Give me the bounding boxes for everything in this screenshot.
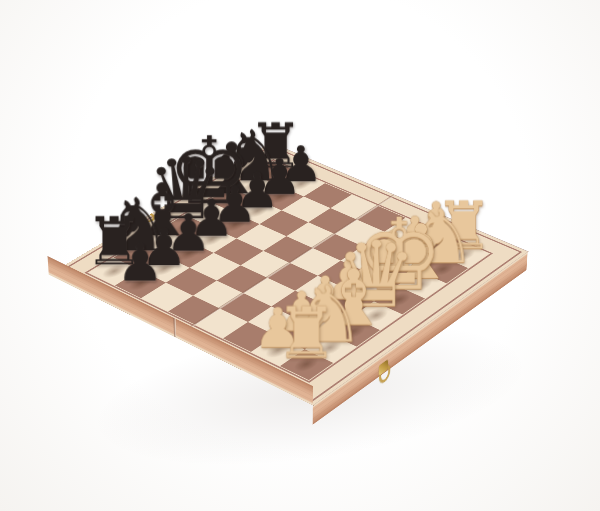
white-rook-glyph: ♜: [242, 299, 370, 369]
product-photo-canvas: ♜♞♝♛♚♝♞♜♟♟♟♟♟♟♟♟♟♟♟♟♟♟♟♟♜♞♝♛♚♝♞♜: [0, 0, 600, 511]
chess-box: ♜♞♝♛♚♝♞♜♟♟♟♟♟♟♟♟♟♟♟♟♟♟♟♟♜♞♝♛♚♝♞♜: [49, 143, 528, 406]
scene: ♜♞♝♛♚♝♞♜♟♟♟♟♟♟♟♟♟♟♟♟♟♟♟♟♜♞♝♛♚♝♞♜: [0, 0, 600, 511]
